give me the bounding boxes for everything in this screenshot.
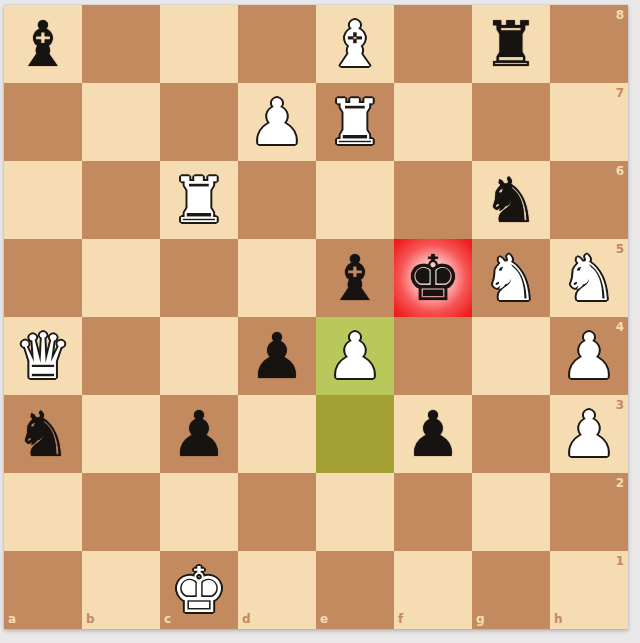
square-f1[interactable]: f [394,551,472,629]
square-f6[interactable] [394,161,472,239]
square-g5[interactable]: ♞ [472,239,550,317]
piece-white-pawn[interactable]: ♟ [550,395,628,473]
piece-black-bishop[interactable]: ♝ [4,5,82,83]
square-c2[interactable] [160,473,238,551]
square-h3[interactable]: ♟3 [550,395,628,473]
square-g6[interactable]: ♞ [472,161,550,239]
square-f4[interactable] [394,317,472,395]
file-label-d: d [242,612,251,626]
square-e2[interactable] [316,473,394,551]
chess-app-page: ♝♝♜8♟♜7♜♞6♝♚♞♞5♛♟♟♟4♞♟♟♟32ab♚cdefgh1 [0,0,640,643]
square-a3[interactable]: ♞ [4,395,82,473]
file-label-a: a [8,612,16,626]
square-d4[interactable]: ♟ [238,317,316,395]
square-d8[interactable] [238,5,316,83]
square-f3[interactable]: ♟ [394,395,472,473]
piece-black-rook[interactable]: ♜ [472,5,550,83]
square-a8[interactable]: ♝ [4,5,82,83]
square-e1[interactable]: e [316,551,394,629]
file-label-f: f [398,612,403,626]
piece-white-queen[interactable]: ♛ [4,317,82,395]
square-c4[interactable] [160,317,238,395]
square-c5[interactable] [160,239,238,317]
file-label-b: b [86,612,95,626]
square-g4[interactable] [472,317,550,395]
square-d2[interactable] [238,473,316,551]
square-a7[interactable] [4,83,82,161]
piece-white-king[interactable]: ♚ [160,551,238,629]
piece-white-bishop[interactable]: ♝ [316,5,394,83]
square-c7[interactable] [160,83,238,161]
rank-label-1: 1 [616,554,624,568]
square-g2[interactable] [472,473,550,551]
square-b5[interactable] [82,239,160,317]
square-a4[interactable]: ♛ [4,317,82,395]
square-a6[interactable] [4,161,82,239]
square-b6[interactable] [82,161,160,239]
piece-white-rook[interactable]: ♜ [160,161,238,239]
piece-black-bishop[interactable]: ♝ [316,239,394,317]
piece-black-king[interactable]: ♚ [394,239,472,317]
piece-black-pawn[interactable]: ♟ [394,395,472,473]
square-b8[interactable] [82,5,160,83]
rank-label-7: 7 [616,86,624,100]
square-f7[interactable] [394,83,472,161]
square-g1[interactable]: g [472,551,550,629]
piece-white-pawn[interactable]: ♟ [550,317,628,395]
square-g7[interactable] [472,83,550,161]
square-c3[interactable]: ♟ [160,395,238,473]
square-b1[interactable]: b [82,551,160,629]
rank-label-2: 2 [616,476,624,490]
square-h6[interactable]: 6 [550,161,628,239]
square-b4[interactable] [82,317,160,395]
chess-board: ♝♝♜8♟♜7♜♞6♝♚♞♞5♛♟♟♟4♞♟♟♟32ab♚cdefgh1 [4,5,628,629]
file-label-h: h [554,612,563,626]
square-h5[interactable]: ♞5 [550,239,628,317]
square-f8[interactable] [394,5,472,83]
piece-black-pawn[interactable]: ♟ [238,317,316,395]
square-e8[interactable]: ♝ [316,5,394,83]
square-a1[interactable]: a [4,551,82,629]
piece-white-pawn[interactable]: ♟ [238,83,316,161]
square-h4[interactable]: ♟4 [550,317,628,395]
square-e7[interactable]: ♜ [316,83,394,161]
file-label-e: e [320,612,328,626]
piece-white-knight[interactable]: ♞ [550,239,628,317]
rank-label-6: 6 [616,164,624,178]
square-b2[interactable] [82,473,160,551]
piece-black-pawn[interactable]: ♟ [160,395,238,473]
piece-white-pawn[interactable]: ♟ [316,317,394,395]
file-label-g: g [476,612,485,626]
square-a2[interactable] [4,473,82,551]
square-g8[interactable]: ♜ [472,5,550,83]
square-c8[interactable] [160,5,238,83]
square-c1[interactable]: ♚c [160,551,238,629]
square-b7[interactable] [82,83,160,161]
piece-black-knight[interactable]: ♞ [4,395,82,473]
square-h1[interactable]: h1 [550,551,628,629]
square-e6[interactable] [316,161,394,239]
square-a5[interactable] [4,239,82,317]
square-d6[interactable] [238,161,316,239]
piece-white-knight[interactable]: ♞ [472,239,550,317]
square-e5[interactable]: ♝ [316,239,394,317]
square-c6[interactable]: ♜ [160,161,238,239]
square-e4[interactable]: ♟ [316,317,394,395]
square-f5[interactable]: ♚ [394,239,472,317]
rank-label-8: 8 [616,8,624,22]
square-b3[interactable] [82,395,160,473]
square-g3[interactable] [472,395,550,473]
piece-black-knight[interactable]: ♞ [472,161,550,239]
piece-white-rook[interactable]: ♜ [316,83,394,161]
square-d7[interactable]: ♟ [238,83,316,161]
square-h8[interactable]: 8 [550,5,628,83]
square-f2[interactable] [394,473,472,551]
square-h2[interactable]: 2 [550,473,628,551]
square-d5[interactable] [238,239,316,317]
square-d3[interactable] [238,395,316,473]
square-h7[interactable]: 7 [550,83,628,161]
square-e3[interactable] [316,395,394,473]
square-d1[interactable]: d [238,551,316,629]
